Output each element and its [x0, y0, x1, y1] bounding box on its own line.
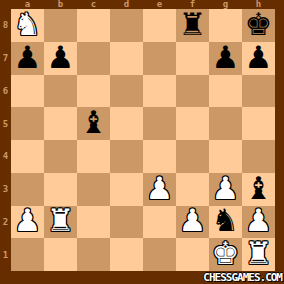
rank-label-7: 7 [0, 42, 11, 75]
file-label-e: e [143, 0, 176, 9]
piece-black-pawn[interactable]: ♟ [245, 42, 273, 73]
rank-label-3: 3 [0, 173, 11, 206]
square-b2[interactable]: ♜ [44, 206, 77, 239]
square-b7[interactable]: ♟ [44, 42, 77, 75]
square-d6[interactable] [110, 75, 143, 108]
file-label-b: b [44, 0, 77, 9]
file-label-f: f [176, 0, 209, 9]
square-c1[interactable] [77, 238, 110, 271]
square-h2[interactable]: ♟ [242, 206, 275, 239]
square-f7[interactable] [176, 42, 209, 75]
piece-white-pawn[interactable]: ♟ [146, 173, 174, 204]
square-e3[interactable]: ♟ [143, 173, 176, 206]
square-c3[interactable] [77, 173, 110, 206]
square-e1[interactable] [143, 238, 176, 271]
square-f8[interactable]: ♜ [176, 9, 209, 42]
rank-label-4: 4 [0, 140, 11, 173]
square-f6[interactable] [176, 75, 209, 108]
square-c7[interactable] [77, 42, 110, 75]
square-e7[interactable] [143, 42, 176, 75]
square-g6[interactable] [209, 75, 242, 108]
square-a5[interactable] [11, 107, 44, 140]
square-d8[interactable] [110, 9, 143, 42]
square-a7[interactable]: ♟ [11, 42, 44, 75]
rank-label-1: 1 [0, 238, 11, 271]
rank-label-6: 6 [0, 75, 11, 108]
file-label-h: h [242, 0, 275, 9]
square-h8[interactable]: ♚ [242, 9, 275, 42]
square-d4[interactable] [110, 140, 143, 173]
piece-white-knight[interactable]: ♞ [14, 9, 42, 40]
square-h1[interactable]: ♜ [242, 238, 275, 271]
square-a2[interactable]: ♟ [11, 206, 44, 239]
square-c2[interactable] [77, 206, 110, 239]
square-b8[interactable] [44, 9, 77, 42]
square-b1[interactable] [44, 238, 77, 271]
piece-black-bishop[interactable]: ♝ [245, 173, 273, 204]
rank-label-2: 2 [0, 206, 11, 239]
square-d5[interactable] [110, 107, 143, 140]
rank-label-5: 5 [0, 107, 11, 140]
square-c4[interactable] [77, 140, 110, 173]
square-e8[interactable] [143, 9, 176, 42]
piece-white-king[interactable]: ♚ [212, 238, 240, 269]
square-g5[interactable] [209, 107, 242, 140]
piece-black-pawn[interactable]: ♟ [212, 42, 240, 73]
square-d2[interactable] [110, 206, 143, 239]
chess-board: ♞♜♚♟♟♟♟♝♟♟♝♟♜♟♞♟♚♜ [11, 9, 275, 271]
square-b4[interactable] [44, 140, 77, 173]
square-d3[interactable] [110, 173, 143, 206]
piece-white-pawn[interactable]: ♟ [179, 206, 207, 237]
chessgames-logo[interactable]: CHESSGAMES.COM [203, 271, 282, 284]
piece-white-rook[interactable]: ♜ [245, 238, 273, 269]
square-e2[interactable] [143, 206, 176, 239]
square-h5[interactable] [242, 107, 275, 140]
square-f1[interactable] [176, 238, 209, 271]
square-e5[interactable] [143, 107, 176, 140]
file-label-a: a [11, 0, 44, 9]
square-e4[interactable] [143, 140, 176, 173]
square-g7[interactable]: ♟ [209, 42, 242, 75]
piece-black-pawn[interactable]: ♟ [47, 42, 75, 73]
square-g2[interactable]: ♞ [209, 206, 242, 239]
file-label-g: g [209, 0, 242, 9]
rank-label-8: 8 [0, 9, 11, 42]
square-b3[interactable] [44, 173, 77, 206]
square-b5[interactable] [44, 107, 77, 140]
file-label-c: c [77, 0, 110, 9]
square-f3[interactable] [176, 173, 209, 206]
square-f4[interactable] [176, 140, 209, 173]
square-a8[interactable]: ♞ [11, 9, 44, 42]
square-g4[interactable] [209, 140, 242, 173]
square-h6[interactable] [242, 75, 275, 108]
square-g3[interactable]: ♟ [209, 173, 242, 206]
piece-black-pawn[interactable]: ♟ [14, 42, 42, 73]
square-h4[interactable] [242, 140, 275, 173]
square-c6[interactable] [77, 75, 110, 108]
square-a3[interactable] [11, 173, 44, 206]
rank-labels: 87654321 [0, 9, 11, 271]
square-f5[interactable] [176, 107, 209, 140]
square-h7[interactable]: ♟ [242, 42, 275, 75]
square-c5[interactable]: ♝ [77, 107, 110, 140]
square-d1[interactable] [110, 238, 143, 271]
file-label-d: d [110, 0, 143, 9]
piece-white-pawn[interactable]: ♟ [14, 206, 42, 237]
piece-white-rook[interactable]: ♜ [47, 206, 75, 237]
piece-white-pawn[interactable]: ♟ [212, 173, 240, 204]
square-b6[interactable] [44, 75, 77, 108]
square-d7[interactable] [110, 42, 143, 75]
piece-white-pawn[interactable]: ♟ [245, 206, 273, 237]
piece-black-knight[interactable]: ♞ [212, 206, 240, 237]
square-f2[interactable]: ♟ [176, 206, 209, 239]
square-c8[interactable] [77, 9, 110, 42]
square-a4[interactable] [11, 140, 44, 173]
square-g8[interactable] [209, 9, 242, 42]
piece-black-king[interactable]: ♚ [245, 9, 273, 40]
piece-black-bishop[interactable]: ♝ [80, 107, 108, 138]
square-a6[interactable] [11, 75, 44, 108]
square-h3[interactable]: ♝ [242, 173, 275, 206]
chess-board-widget: abcdefgh 87654321 ♞♜♚♟♟♟♟♝♟♟♝♟♜♟♞♟♚♜ CHE… [0, 0, 284, 284]
piece-black-rook[interactable]: ♜ [179, 9, 207, 40]
square-e6[interactable] [143, 75, 176, 108]
square-a1[interactable] [11, 238, 44, 271]
file-labels: abcdefgh [11, 0, 275, 9]
square-g1[interactable]: ♚ [209, 238, 242, 271]
